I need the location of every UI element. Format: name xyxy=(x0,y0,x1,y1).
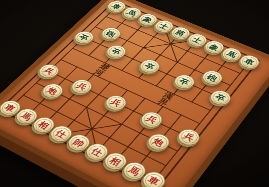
piece-character: 馬 xyxy=(225,50,238,59)
piece-character: 兵 xyxy=(144,114,158,124)
piece-red-p[interactable]: 兵 xyxy=(101,92,129,112)
piece-character: 士 xyxy=(157,22,169,30)
piece-red-p[interactable]: 兵 xyxy=(174,126,203,148)
piece-character: 砲 xyxy=(104,29,117,37)
piece-character: 卒 xyxy=(77,33,90,41)
piece-character: 帥 xyxy=(71,137,86,148)
piece-red-r[interactable]: 車 xyxy=(0,97,24,118)
piece-black-p[interactable]: 卒 xyxy=(170,72,197,91)
piece-character: 砲 xyxy=(205,72,218,81)
piece-character: 相 xyxy=(108,155,123,166)
piece-black-p[interactable]: 卒 xyxy=(206,87,234,107)
piece-red-c[interactable]: 炮 xyxy=(143,130,173,152)
piece-character: 卒 xyxy=(109,47,122,56)
piece-character: 卒 xyxy=(143,61,156,70)
piece-character: 象 xyxy=(208,42,221,51)
piece-red-p[interactable]: 兵 xyxy=(137,109,166,130)
piece-character: 兵 xyxy=(74,81,88,90)
piece-red-r[interactable]: 車 xyxy=(138,168,169,187)
piece-character: 兵 xyxy=(109,97,123,107)
piece-character: 兵 xyxy=(42,66,55,75)
piece-red-p[interactable]: 兵 xyxy=(34,61,62,80)
piece-character: 仕 xyxy=(53,128,67,139)
piece-red-n[interactable]: 馬 xyxy=(12,105,41,126)
piece-character: 相 xyxy=(36,119,50,129)
piece-red-k[interactable]: 帥 xyxy=(63,131,93,153)
piece-red-b[interactable]: 相 xyxy=(100,149,130,172)
piece-character: 馬 xyxy=(127,165,142,177)
piece-red-p[interactable]: 兵 xyxy=(67,76,95,96)
piece-character: 士 xyxy=(191,35,204,43)
piece-character: 仕 xyxy=(89,146,104,157)
piece-black-p[interactable]: 卒 xyxy=(136,57,163,76)
piece-black-p[interactable]: 卒 xyxy=(70,28,96,45)
piece-red-b[interactable]: 相 xyxy=(28,114,58,135)
piece-black-c[interactable]: 砲 xyxy=(98,25,124,42)
piece-character: 兵 xyxy=(181,131,195,142)
piece-character: 車 xyxy=(110,2,122,10)
piece-character: 炮 xyxy=(45,86,59,96)
piece-character: 卒 xyxy=(177,77,190,86)
piece-red-n[interactable]: 馬 xyxy=(119,159,150,183)
xiangqi-board[interactable]: 楚 河 漢 界 車馬象士將士象馬車砲砲卒卒卒卒卒兵兵兵兵兵炮炮車馬相仕帥仕相馬車 xyxy=(0,0,269,187)
piece-character: 卒 xyxy=(213,92,226,102)
piece-character: 將 xyxy=(174,29,186,37)
piece-character: 車 xyxy=(146,174,161,186)
piece-character: 馬 xyxy=(126,9,138,17)
piece-character: 炮 xyxy=(151,136,165,147)
piece-red-a[interactable]: 仕 xyxy=(46,122,76,144)
piece-character: 馬 xyxy=(19,111,33,121)
photo-background: 楚 河 漢 界 車馬象士將士象馬車砲砲卒卒卒卒卒兵兵兵兵兵炮炮車馬相仕帥仕相馬車 xyxy=(0,0,269,187)
piece-black-c[interactable]: 砲 xyxy=(198,68,225,87)
piece-red-c[interactable]: 炮 xyxy=(38,81,66,101)
piece-character: 車 xyxy=(3,102,17,112)
piece-black-p[interactable]: 卒 xyxy=(102,42,129,60)
pieces-layer: 車馬象士將士象馬車砲砲卒卒卒卒卒兵兵兵兵兵炮炮車馬相仕帥仕相馬車 xyxy=(0,0,268,187)
piece-character: 車 xyxy=(243,57,256,66)
piece-character: 象 xyxy=(141,15,153,23)
piece-red-a[interactable]: 仕 xyxy=(81,140,111,163)
